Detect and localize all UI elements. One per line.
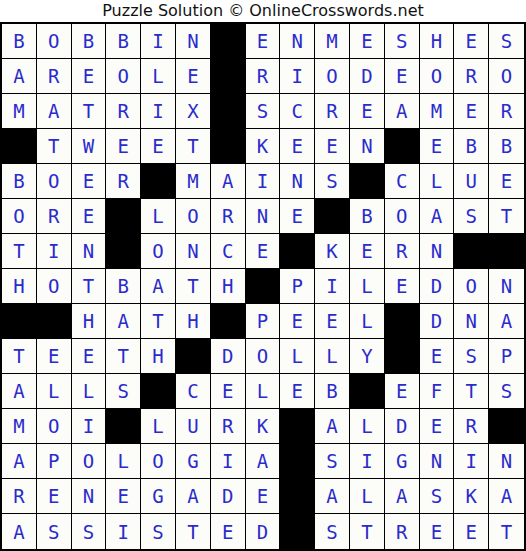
letter-cell-r8c4: B bbox=[106, 269, 141, 304]
letter-cell-r7c13: N bbox=[420, 234, 455, 269]
letter-cell-r15c12: R bbox=[385, 514, 420, 549]
black-cell-r12c4 bbox=[106, 409, 141, 444]
letter-cell-r3c9: C bbox=[280, 94, 315, 129]
letter-cell-r4c5: E bbox=[141, 129, 176, 164]
letter-cell-r3c5: I bbox=[141, 94, 176, 129]
black-cell-r11c5 bbox=[141, 374, 176, 409]
black-cell-r3c7 bbox=[211, 94, 246, 129]
letter-cell-r2c4: O bbox=[106, 59, 141, 94]
letter-cell-r12c14: R bbox=[454, 409, 489, 444]
letter-cell-r1c2: O bbox=[37, 24, 72, 59]
letter-cell-r12c13: E bbox=[420, 409, 455, 444]
letter-cell-r8c9: P bbox=[280, 269, 315, 304]
letter-cell-r11c10: B bbox=[315, 374, 350, 409]
letter-cell-r5c7: A bbox=[211, 164, 246, 199]
letter-cell-r8c10: I bbox=[315, 269, 350, 304]
letter-cell-r4c2: T bbox=[37, 129, 72, 164]
black-cell-r12c9 bbox=[280, 409, 315, 444]
black-cell-r5c5 bbox=[141, 164, 176, 199]
letter-cell-r7c2: I bbox=[37, 234, 72, 269]
letter-cell-r11c6: C bbox=[176, 374, 211, 409]
letter-cell-r4c10: E bbox=[315, 129, 350, 164]
letter-cell-r7c12: R bbox=[385, 234, 420, 269]
letter-cell-r14c12: A bbox=[385, 479, 420, 514]
letter-cell-r13c4: L bbox=[106, 444, 141, 479]
letter-cell-r13c6: G bbox=[176, 444, 211, 479]
letter-cell-r3c3: T bbox=[72, 94, 107, 129]
letter-cell-r3c13: M bbox=[420, 94, 455, 129]
letter-cell-r11c15: S bbox=[489, 374, 524, 409]
crossword-solution-page: Puzzle Solution © OnlineCrosswords.net B… bbox=[0, 0, 526, 551]
letter-cell-r8c13: D bbox=[420, 269, 455, 304]
letter-cell-r14c14: K bbox=[454, 479, 489, 514]
letter-cell-r15c4: I bbox=[106, 514, 141, 549]
letter-cell-r11c4: S bbox=[106, 374, 141, 409]
letter-cell-r14c4: E bbox=[106, 479, 141, 514]
letter-cell-r12c2: O bbox=[37, 409, 72, 444]
letter-cell-r9c3: H bbox=[72, 304, 107, 339]
letter-cell-r3c4: R bbox=[106, 94, 141, 129]
letter-cell-r10c8: O bbox=[246, 339, 281, 374]
letter-cell-r14c7: D bbox=[211, 479, 246, 514]
black-cell-r9c12 bbox=[385, 304, 420, 339]
letter-cell-r11c8: L bbox=[246, 374, 281, 409]
letter-cell-r5c15: E bbox=[489, 164, 524, 199]
letter-cell-r11c3: L bbox=[72, 374, 107, 409]
letter-cell-r10c1: T bbox=[2, 339, 37, 374]
black-cell-r7c14 bbox=[454, 234, 489, 269]
black-cell-r10c12 bbox=[385, 339, 420, 374]
letter-cell-r6c11: B bbox=[350, 199, 385, 234]
letter-cell-r11c9: E bbox=[280, 374, 315, 409]
letter-cell-r13c10: S bbox=[315, 444, 350, 479]
letter-cell-r7c8: E bbox=[246, 234, 281, 269]
letter-cell-r3c2: A bbox=[37, 94, 72, 129]
letter-cell-r2c1: A bbox=[2, 59, 37, 94]
letter-cell-r14c15: A bbox=[489, 479, 524, 514]
letter-cell-r10c4: T bbox=[106, 339, 141, 374]
letter-cell-r15c13: E bbox=[420, 514, 455, 549]
letter-cell-r9c4: A bbox=[106, 304, 141, 339]
letter-cell-r10c7: D bbox=[211, 339, 246, 374]
letter-cell-r3c12: A bbox=[385, 94, 420, 129]
letter-cell-r13c3: O bbox=[72, 444, 107, 479]
black-cell-r6c10 bbox=[315, 199, 350, 234]
letter-cell-r10c3: E bbox=[72, 339, 107, 374]
letter-cell-r1c13: H bbox=[420, 24, 455, 59]
black-cell-r4c12 bbox=[385, 129, 420, 164]
letter-cell-r1c11: E bbox=[350, 24, 385, 59]
letter-cell-r1c15: S bbox=[489, 24, 524, 59]
letter-cell-r14c10: A bbox=[315, 479, 350, 514]
letter-cell-r15c11: T bbox=[350, 514, 385, 549]
page-title: Puzzle Solution © OnlineCrosswords.net bbox=[102, 0, 424, 22]
letter-cell-r6c8: N bbox=[246, 199, 281, 234]
letter-cell-r14c13: S bbox=[420, 479, 455, 514]
letter-cell-r4c9: E bbox=[280, 129, 315, 164]
letter-cell-r6c2: R bbox=[37, 199, 72, 234]
letter-cell-r1c6: N bbox=[176, 24, 211, 59]
letter-cell-r1c14: E bbox=[454, 24, 489, 59]
black-cell-r7c15 bbox=[489, 234, 524, 269]
letter-cell-r13c5: O bbox=[141, 444, 176, 479]
letter-cell-r2c12: E bbox=[385, 59, 420, 94]
black-cell-r11c11 bbox=[350, 374, 385, 409]
letter-cell-r7c1: T bbox=[2, 234, 37, 269]
letter-cell-r2c3: E bbox=[72, 59, 107, 94]
letter-cell-r15c7: E bbox=[211, 514, 246, 549]
letter-cell-r13c8: A bbox=[246, 444, 281, 479]
letter-cell-r15c15: T bbox=[489, 514, 524, 549]
letter-cell-r9c6: H bbox=[176, 304, 211, 339]
letter-cell-r3c11: E bbox=[350, 94, 385, 129]
letter-cell-r5c12: C bbox=[385, 164, 420, 199]
letter-cell-r11c1: A bbox=[2, 374, 37, 409]
letter-cell-r1c4: B bbox=[106, 24, 141, 59]
letter-cell-r12c6: U bbox=[176, 409, 211, 444]
letter-cell-r12c7: R bbox=[211, 409, 246, 444]
black-cell-r8c8 bbox=[246, 269, 281, 304]
letter-cell-r14c6: A bbox=[176, 479, 211, 514]
letter-cell-r12c12: D bbox=[385, 409, 420, 444]
letter-cell-r9c11: L bbox=[350, 304, 385, 339]
letter-cell-r6c9: E bbox=[280, 199, 315, 234]
letter-cell-r12c10: A bbox=[315, 409, 350, 444]
letter-cell-r4c15: B bbox=[489, 129, 524, 164]
letter-cell-r8c6: T bbox=[176, 269, 211, 304]
letter-cell-r8c1: H bbox=[2, 269, 37, 304]
letter-cell-r12c11: L bbox=[350, 409, 385, 444]
letter-cell-r2c5: L bbox=[141, 59, 176, 94]
letter-cell-r3c8: S bbox=[246, 94, 281, 129]
letter-cell-r4c8: K bbox=[246, 129, 281, 164]
letter-cell-r14c5: G bbox=[141, 479, 176, 514]
letter-cell-r13c15: N bbox=[489, 444, 524, 479]
letter-cell-r12c8: K bbox=[246, 409, 281, 444]
letter-cell-r13c2: P bbox=[37, 444, 72, 479]
letter-cell-r6c13: A bbox=[420, 199, 455, 234]
black-cell-r5c11 bbox=[350, 164, 385, 199]
letter-cell-r14c2: E bbox=[37, 479, 72, 514]
letter-cell-r2c15: O bbox=[489, 59, 524, 94]
letter-cell-r6c5: L bbox=[141, 199, 176, 234]
letter-cell-r8c3: T bbox=[72, 269, 107, 304]
letter-cell-r2c8: R bbox=[246, 59, 281, 94]
letter-cell-r11c13: F bbox=[420, 374, 455, 409]
letter-cell-r11c14: T bbox=[454, 374, 489, 409]
letter-cell-r5c10: S bbox=[315, 164, 350, 199]
letter-cell-r10c14: S bbox=[454, 339, 489, 374]
letter-cell-r12c3: I bbox=[72, 409, 107, 444]
letter-cell-r6c15: T bbox=[489, 199, 524, 234]
black-cell-r4c7 bbox=[211, 129, 246, 164]
letter-cell-r15c6: T bbox=[176, 514, 211, 549]
letter-cell-r4c4: E bbox=[106, 129, 141, 164]
letter-cell-r9c5: T bbox=[141, 304, 176, 339]
black-cell-r13c9 bbox=[280, 444, 315, 479]
letter-cell-r5c4: R bbox=[106, 164, 141, 199]
black-cell-r9c1 bbox=[2, 304, 37, 339]
letter-cell-r5c13: L bbox=[420, 164, 455, 199]
black-cell-r12c15 bbox=[489, 409, 524, 444]
letter-cell-r1c9: N bbox=[280, 24, 315, 59]
letter-cell-r6c14: S bbox=[454, 199, 489, 234]
title-bar: Puzzle Solution © OnlineCrosswords.net bbox=[0, 0, 526, 22]
letter-cell-r11c7: E bbox=[211, 374, 246, 409]
letter-cell-r13c1: A bbox=[2, 444, 37, 479]
letter-cell-r15c5: S bbox=[141, 514, 176, 549]
letter-cell-r5c8: I bbox=[246, 164, 281, 199]
letter-cell-r10c13: E bbox=[420, 339, 455, 374]
letter-cell-r4c3: W bbox=[72, 129, 107, 164]
letter-cell-r15c8: D bbox=[246, 514, 281, 549]
letter-cell-r2c14: R bbox=[454, 59, 489, 94]
letter-cell-r15c14: E bbox=[454, 514, 489, 549]
black-cell-r9c7 bbox=[211, 304, 246, 339]
letter-cell-r6c1: O bbox=[2, 199, 37, 234]
letter-cell-r14c3: N bbox=[72, 479, 107, 514]
black-cell-r6c4 bbox=[106, 199, 141, 234]
letter-cell-r6c3: E bbox=[72, 199, 107, 234]
letter-cell-r12c5: L bbox=[141, 409, 176, 444]
letter-cell-r13c13: N bbox=[420, 444, 455, 479]
letter-cell-r2c13: O bbox=[420, 59, 455, 94]
letter-cell-r11c12: E bbox=[385, 374, 420, 409]
letter-cell-r13c12: G bbox=[385, 444, 420, 479]
black-cell-r1c7 bbox=[211, 24, 246, 59]
letter-cell-r4c13: E bbox=[420, 129, 455, 164]
black-cell-r7c9 bbox=[280, 234, 315, 269]
letter-cell-r1c3: B bbox=[72, 24, 107, 59]
letter-cell-r2c10: O bbox=[315, 59, 350, 94]
letter-cell-r10c11: Y bbox=[350, 339, 385, 374]
letter-cell-r11c2: L bbox=[37, 374, 72, 409]
letter-cell-r15c2: S bbox=[37, 514, 72, 549]
black-cell-r10c6 bbox=[176, 339, 211, 374]
crossword-grid: BOBBINENMESHESAREOLERIODEOROMATRIXSCREAM… bbox=[0, 22, 526, 551]
letter-cell-r10c15: P bbox=[489, 339, 524, 374]
letter-cell-r14c1: R bbox=[2, 479, 37, 514]
letter-cell-r5c9: N bbox=[280, 164, 315, 199]
black-cell-r4c1 bbox=[2, 129, 37, 164]
letter-cell-r1c5: I bbox=[141, 24, 176, 59]
letter-cell-r6c6: O bbox=[176, 199, 211, 234]
letter-cell-r4c14: B bbox=[454, 129, 489, 164]
letter-cell-r1c8: E bbox=[246, 24, 281, 59]
letter-cell-r15c3: S bbox=[72, 514, 107, 549]
letter-cell-r14c11: L bbox=[350, 479, 385, 514]
letter-cell-r8c11: L bbox=[350, 269, 385, 304]
letter-cell-r7c6: N bbox=[176, 234, 211, 269]
letter-cell-r2c11: D bbox=[350, 59, 385, 94]
letter-cell-r3c14: E bbox=[454, 94, 489, 129]
letter-cell-r4c11: N bbox=[350, 129, 385, 164]
letter-cell-r9c10: E bbox=[315, 304, 350, 339]
letter-cell-r2c6: E bbox=[176, 59, 211, 94]
letter-cell-r13c11: I bbox=[350, 444, 385, 479]
letter-cell-r6c12: O bbox=[385, 199, 420, 234]
letter-cell-r5c6: M bbox=[176, 164, 211, 199]
letter-cell-r8c14: O bbox=[454, 269, 489, 304]
letter-cell-r5c1: B bbox=[2, 164, 37, 199]
letter-cell-r13c7: I bbox=[211, 444, 246, 479]
letter-cell-r2c2: R bbox=[37, 59, 72, 94]
letter-cell-r7c5: O bbox=[141, 234, 176, 269]
letter-cell-r15c1: A bbox=[2, 514, 37, 549]
letter-cell-r7c7: C bbox=[211, 234, 246, 269]
letter-cell-r6c7: R bbox=[211, 199, 246, 234]
letter-cell-r14c8: E bbox=[246, 479, 281, 514]
letter-cell-r13c14: I bbox=[454, 444, 489, 479]
black-cell-r7c4 bbox=[106, 234, 141, 269]
letter-cell-r1c1: B bbox=[2, 24, 37, 59]
letter-cell-r3c6: X bbox=[176, 94, 211, 129]
black-cell-r15c9 bbox=[280, 514, 315, 549]
letter-cell-r1c10: M bbox=[315, 24, 350, 59]
black-cell-r2c7 bbox=[211, 59, 246, 94]
letter-cell-r7c11: E bbox=[350, 234, 385, 269]
letter-cell-r9c9: E bbox=[280, 304, 315, 339]
letter-cell-r9c15: A bbox=[489, 304, 524, 339]
letter-cell-r10c10: L bbox=[315, 339, 350, 374]
black-cell-r9c2 bbox=[37, 304, 72, 339]
letter-cell-r10c2: E bbox=[37, 339, 72, 374]
letter-cell-r5c14: U bbox=[454, 164, 489, 199]
letter-cell-r10c5: H bbox=[141, 339, 176, 374]
black-cell-r14c9 bbox=[280, 479, 315, 514]
letter-cell-r5c2: O bbox=[37, 164, 72, 199]
letter-cell-r8c7: H bbox=[211, 269, 246, 304]
letter-cell-r4c6: T bbox=[176, 129, 211, 164]
letter-cell-r3c15: R bbox=[489, 94, 524, 129]
letter-cell-r7c3: N bbox=[72, 234, 107, 269]
letter-cell-r7c10: K bbox=[315, 234, 350, 269]
letter-cell-r9c13: D bbox=[420, 304, 455, 339]
letter-cell-r5c3: E bbox=[72, 164, 107, 199]
letter-cell-r8c2: O bbox=[37, 269, 72, 304]
letter-cell-r12c1: M bbox=[2, 409, 37, 444]
letter-cell-r3c1: M bbox=[2, 94, 37, 129]
letter-cell-r1c12: S bbox=[385, 24, 420, 59]
letter-cell-r3c10: R bbox=[315, 94, 350, 129]
letter-cell-r8c15: N bbox=[489, 269, 524, 304]
letter-cell-r15c10: S bbox=[315, 514, 350, 549]
letter-cell-r9c14: N bbox=[454, 304, 489, 339]
letter-cell-r2c9: I bbox=[280, 59, 315, 94]
letter-cell-r8c12: E bbox=[385, 269, 420, 304]
letter-cell-r9c8: P bbox=[246, 304, 281, 339]
letter-cell-r10c9: L bbox=[280, 339, 315, 374]
letter-cell-r8c5: A bbox=[141, 269, 176, 304]
